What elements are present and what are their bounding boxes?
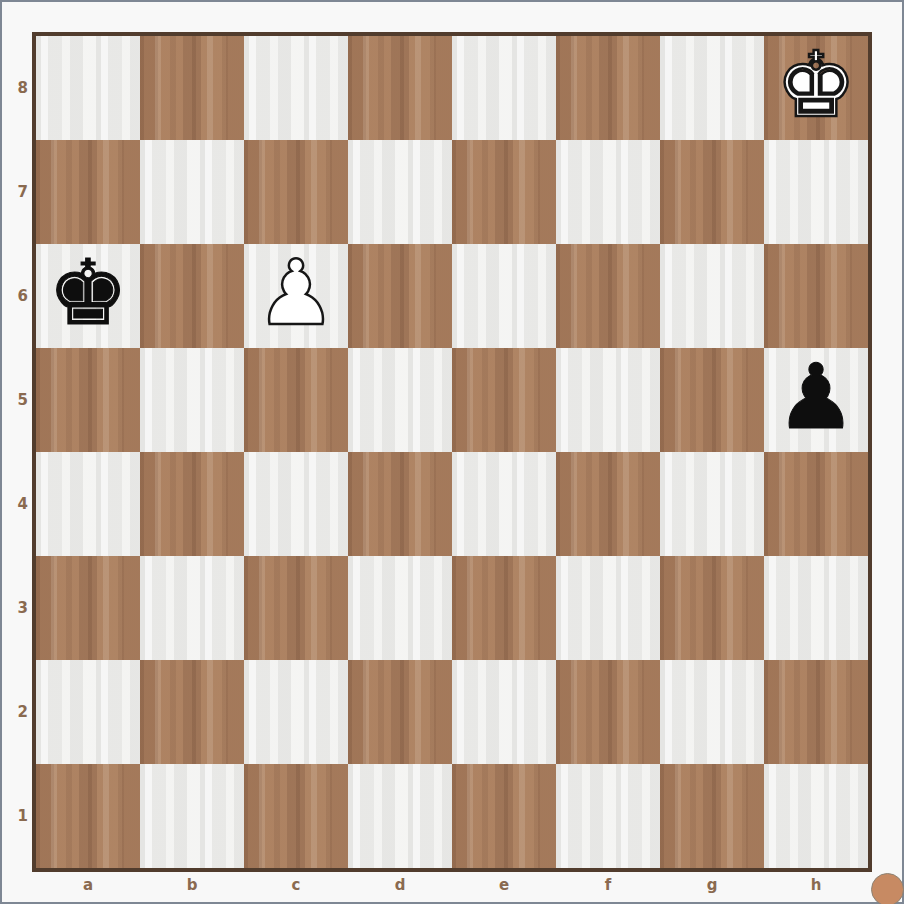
square-f2[interactable] [556,660,660,764]
square-e8[interactable] [452,36,556,140]
square-d4[interactable] [348,452,452,556]
rank-labels: 87654321 [2,36,28,868]
square-b8[interactable] [140,36,244,140]
square-b1[interactable] [140,764,244,868]
file-label-c: c [244,872,348,898]
file-label-g: g [660,872,764,898]
square-b4[interactable] [140,452,244,556]
square-c7[interactable] [244,140,348,244]
file-label-e: e [452,872,556,898]
chess-board: ♚♚♟♟ [32,32,872,872]
square-d3[interactable] [348,556,452,660]
square-d1[interactable] [348,764,452,868]
piece-white-king[interactable]: ♚ [776,40,857,130]
square-g5[interactable] [660,348,764,452]
square-e2[interactable] [452,660,556,764]
square-e3[interactable] [452,556,556,660]
square-e6[interactable] [452,244,556,348]
square-g1[interactable] [660,764,764,868]
square-f6[interactable] [556,244,660,348]
square-c3[interactable] [244,556,348,660]
square-b2[interactable] [140,660,244,764]
rank-label-1: 1 [2,764,28,868]
square-a3[interactable] [36,556,140,660]
square-g2[interactable] [660,660,764,764]
square-c8[interactable] [244,36,348,140]
square-f3[interactable] [556,556,660,660]
turn-indicator-icon [871,873,904,904]
square-c5[interactable] [244,348,348,452]
square-e5[interactable] [452,348,556,452]
square-b6[interactable] [140,244,244,348]
square-f1[interactable] [556,764,660,868]
rank-label-3: 3 [2,556,28,660]
square-d2[interactable] [348,660,452,764]
file-label-a: a [36,872,140,898]
square-a4[interactable] [36,452,140,556]
square-f4[interactable] [556,452,660,556]
file-label-h: h [764,872,868,898]
square-a1[interactable] [36,764,140,868]
square-e1[interactable] [452,764,556,868]
square-c6[interactable]: ♟ [244,244,348,348]
square-f7[interactable] [556,140,660,244]
square-a5[interactable] [36,348,140,452]
square-f5[interactable] [556,348,660,452]
square-c1[interactable] [244,764,348,868]
square-f8[interactable] [556,36,660,140]
app-window: 87654321 ♚♚♟♟ abcdefgh [0,0,904,904]
square-e7[interactable] [452,140,556,244]
square-g6[interactable] [660,244,764,348]
square-a8[interactable] [36,36,140,140]
piece-black-king[interactable]: ♚ [48,248,129,338]
square-h7[interactable] [764,140,868,244]
square-h8[interactable]: ♚ [764,36,868,140]
square-a2[interactable] [36,660,140,764]
square-a6[interactable]: ♚ [36,244,140,348]
rank-label-7: 7 [2,140,28,244]
square-h3[interactable] [764,556,868,660]
square-g8[interactable] [660,36,764,140]
square-h4[interactable] [764,452,868,556]
rank-label-6: 6 [2,244,28,348]
piece-white-pawn[interactable]: ♟ [256,248,337,338]
square-h5[interactable]: ♟ [764,348,868,452]
square-b3[interactable] [140,556,244,660]
square-g7[interactable] [660,140,764,244]
square-e4[interactable] [452,452,556,556]
file-label-f: f [556,872,660,898]
rank-label-2: 2 [2,660,28,764]
piece-black-pawn[interactable]: ♟ [776,352,857,442]
square-c2[interactable] [244,660,348,764]
square-d7[interactable] [348,140,452,244]
square-g3[interactable] [660,556,764,660]
square-d5[interactable] [348,348,452,452]
square-b7[interactable] [140,140,244,244]
rank-label-5: 5 [2,348,28,452]
file-labels: abcdefgh [36,872,868,898]
square-h6[interactable] [764,244,868,348]
square-h1[interactable] [764,764,868,868]
file-label-d: d [348,872,452,898]
square-d6[interactable] [348,244,452,348]
file-label-b: b [140,872,244,898]
rank-label-4: 4 [2,452,28,556]
rank-label-8: 8 [2,36,28,140]
square-d8[interactable] [348,36,452,140]
square-b5[interactable] [140,348,244,452]
square-g4[interactable] [660,452,764,556]
square-a7[interactable] [36,140,140,244]
square-c4[interactable] [244,452,348,556]
square-h2[interactable] [764,660,868,764]
